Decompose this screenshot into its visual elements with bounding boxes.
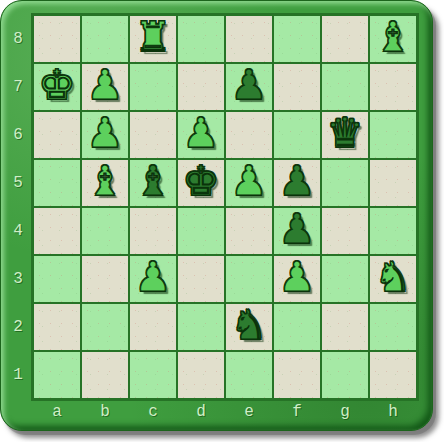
piece-white-bishop-b5[interactable]: ♝	[87, 161, 124, 202]
rank-label-4: 4	[6, 207, 30, 255]
square-d8[interactable]	[177, 15, 225, 63]
chess-board: ♜♝♚♟♟♟♟♛♝♝♚♟♟♟♟♟♞♞	[31, 13, 419, 401]
square-a6[interactable]	[33, 111, 81, 159]
square-a8[interactable]	[33, 15, 81, 63]
square-c8[interactable]: ♜	[129, 15, 177, 63]
file-label-b: b	[81, 399, 129, 425]
square-f8[interactable]	[273, 15, 321, 63]
rank-label-8: 8	[6, 15, 30, 63]
rank-label-7: 7	[6, 63, 30, 111]
rank-label-6: 6	[6, 111, 30, 159]
square-a2[interactable]	[33, 303, 81, 351]
square-f5[interactable]: ♟	[273, 159, 321, 207]
piece-white-knight-h3[interactable]: ♞	[375, 257, 412, 298]
square-e8[interactable]	[225, 15, 273, 63]
square-e1[interactable]	[225, 351, 273, 399]
square-d7[interactable]	[177, 63, 225, 111]
square-c5[interactable]: ♝	[129, 159, 177, 207]
square-d3[interactable]	[177, 255, 225, 303]
file-label-h: h	[369, 399, 417, 425]
square-b4[interactable]	[81, 207, 129, 255]
square-g4[interactable]	[321, 207, 369, 255]
square-h2[interactable]	[369, 303, 417, 351]
square-a5[interactable]	[33, 159, 81, 207]
square-b1[interactable]	[81, 351, 129, 399]
square-g3[interactable]	[321, 255, 369, 303]
piece-black-queen-g6[interactable]: ♛	[327, 113, 364, 154]
square-c6[interactable]	[129, 111, 177, 159]
file-label-g: g	[321, 399, 369, 425]
rank-label-5: 5	[6, 159, 30, 207]
square-h6[interactable]	[369, 111, 417, 159]
square-h1[interactable]	[369, 351, 417, 399]
square-a1[interactable]	[33, 351, 81, 399]
square-f3[interactable]: ♟	[273, 255, 321, 303]
square-e2[interactable]: ♞	[225, 303, 273, 351]
square-g5[interactable]	[321, 159, 369, 207]
square-c1[interactable]	[129, 351, 177, 399]
square-d1[interactable]	[177, 351, 225, 399]
square-e7[interactable]: ♟	[225, 63, 273, 111]
square-c4[interactable]	[129, 207, 177, 255]
square-h7[interactable]	[369, 63, 417, 111]
square-g8[interactable]	[321, 15, 369, 63]
square-e4[interactable]	[225, 207, 273, 255]
square-e5[interactable]: ♟	[225, 159, 273, 207]
square-g7[interactable]	[321, 63, 369, 111]
square-e6[interactable]	[225, 111, 273, 159]
file-label-f: f	[273, 399, 321, 425]
piece-black-pawn-f4[interactable]: ♟	[279, 209, 316, 250]
rank-label-1: 1	[6, 351, 30, 399]
rank-label-3: 3	[6, 255, 30, 303]
piece-white-bishop-h8[interactable]: ♝	[375, 17, 412, 58]
square-c7[interactable]	[129, 63, 177, 111]
file-label-d: d	[177, 399, 225, 425]
square-b6[interactable]: ♟	[81, 111, 129, 159]
square-g1[interactable]	[321, 351, 369, 399]
square-b8[interactable]	[81, 15, 129, 63]
square-g2[interactable]	[321, 303, 369, 351]
square-f1[interactable]	[273, 351, 321, 399]
piece-black-king-d5[interactable]: ♚	[183, 161, 220, 202]
square-b7[interactable]: ♟	[81, 63, 129, 111]
square-f7[interactable]	[273, 63, 321, 111]
file-labels: abcdefgh	[33, 399, 417, 425]
piece-white-pawn-e5[interactable]: ♟	[231, 161, 268, 202]
square-b5[interactable]: ♝	[81, 159, 129, 207]
piece-white-pawn-b6[interactable]: ♟	[87, 113, 124, 154]
file-label-c: c	[129, 399, 177, 425]
square-h5[interactable]	[369, 159, 417, 207]
rank-label-2: 2	[6, 303, 30, 351]
square-e3[interactable]	[225, 255, 273, 303]
piece-white-rook-c8[interactable]: ♜	[135, 17, 172, 58]
square-g6[interactable]: ♛	[321, 111, 369, 159]
square-b3[interactable]	[81, 255, 129, 303]
file-label-a: a	[33, 399, 81, 425]
square-h4[interactable]	[369, 207, 417, 255]
square-f4[interactable]: ♟	[273, 207, 321, 255]
piece-white-pawn-b7[interactable]: ♟	[87, 65, 124, 106]
chess-app: 87654321 ♜♝♚♟♟♟♟♛♝♝♚♟♟♟♟♟♞♞ abcdefgh	[0, 0, 444, 442]
square-h8[interactable]: ♝	[369, 15, 417, 63]
piece-white-pawn-c3[interactable]: ♟	[135, 257, 172, 298]
piece-white-pawn-d6[interactable]: ♟	[183, 113, 220, 154]
piece-black-pawn-e7[interactable]: ♟	[231, 65, 268, 106]
square-f2[interactable]	[273, 303, 321, 351]
piece-black-knight-e2[interactable]: ♞	[231, 305, 268, 346]
piece-white-king-a7[interactable]: ♚	[39, 65, 76, 106]
square-c3[interactable]: ♟	[129, 255, 177, 303]
square-d4[interactable]	[177, 207, 225, 255]
piece-black-bishop-c5[interactable]: ♝	[135, 161, 172, 202]
square-b2[interactable]	[81, 303, 129, 351]
square-a7[interactable]: ♚	[33, 63, 81, 111]
square-f6[interactable]	[273, 111, 321, 159]
square-a4[interactable]	[33, 207, 81, 255]
square-h3[interactable]: ♞	[369, 255, 417, 303]
piece-black-pawn-f5[interactable]: ♟	[279, 161, 316, 202]
square-d5[interactable]: ♚	[177, 159, 225, 207]
square-d2[interactable]	[177, 303, 225, 351]
rank-labels: 87654321	[6, 15, 30, 399]
square-a3[interactable]	[33, 255, 81, 303]
square-d6[interactable]: ♟	[177, 111, 225, 159]
square-c2[interactable]	[129, 303, 177, 351]
file-label-e: e	[225, 399, 273, 425]
piece-white-pawn-f3[interactable]: ♟	[279, 257, 316, 298]
